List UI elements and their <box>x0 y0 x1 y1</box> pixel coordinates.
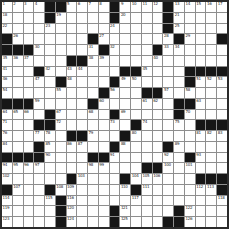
grid-cell[interactable] <box>174 56 184 66</box>
grid-cell[interactable]: 5 <box>67 2 77 12</box>
grid-cell[interactable] <box>142 24 152 34</box>
grid-cell[interactable]: 56 <box>110 88 120 98</box>
grid-cell[interactable] <box>217 153 227 163</box>
grid-cell[interactable] <box>13 88 23 98</box>
grid-cell[interactable] <box>67 120 77 130</box>
grid-cell[interactable] <box>13 77 23 87</box>
grid-cell[interactable]: 18 <box>2 13 12 23</box>
grid-cell[interactable]: 15 <box>196 2 206 12</box>
grid-cell[interactable]: 50 <box>131 77 141 87</box>
grid-cell[interactable] <box>110 196 120 206</box>
grid-cell[interactable]: 33 <box>163 45 173 55</box>
grid-cell[interactable] <box>13 120 23 130</box>
grid-cell[interactable]: 44 <box>77 67 87 77</box>
grid-cell[interactable] <box>142 131 152 141</box>
grid-cell[interactable] <box>99 24 109 34</box>
grid-cell[interactable] <box>88 206 98 216</box>
grid-cell[interactable] <box>206 142 216 152</box>
grid-cell[interactable] <box>67 13 77 23</box>
grid-cell[interactable] <box>34 88 44 98</box>
grid-cell[interactable] <box>153 13 163 23</box>
grid-cell[interactable] <box>120 24 130 34</box>
grid-cell[interactable]: 45 <box>142 67 152 77</box>
grid-cell[interactable]: 91 <box>110 153 120 163</box>
grid-cell[interactable]: 74 <box>142 120 152 130</box>
grid-cell[interactable] <box>174 77 184 87</box>
grid-cell[interactable] <box>196 142 206 152</box>
grid-cell[interactable]: 105 <box>142 174 152 184</box>
grid-cell[interactable] <box>45 56 55 66</box>
grid-cell[interactable]: 31 <box>88 45 98 55</box>
grid-cell[interactable]: 8 <box>99 2 109 12</box>
grid-cell[interactable]: 113 <box>206 185 216 195</box>
grid-cell[interactable] <box>45 217 55 227</box>
grid-cell[interactable] <box>120 88 130 98</box>
grid-cell[interactable] <box>13 206 23 216</box>
grid-cell[interactable] <box>77 110 87 120</box>
grid-cell[interactable] <box>99 206 109 216</box>
grid-cell[interactable] <box>217 13 227 23</box>
grid-cell[interactable]: 26 <box>13 34 23 44</box>
grid-cell[interactable]: 41 <box>2 67 12 77</box>
grid-cell[interactable] <box>99 131 109 141</box>
grid-cell[interactable] <box>88 88 98 98</box>
grid-cell[interactable]: 120 <box>67 206 77 216</box>
grid-cell[interactable]: 66 <box>24 110 34 120</box>
grid-cell[interactable] <box>56 56 66 66</box>
grid-cell[interactable] <box>174 163 184 173</box>
grid-cell[interactable] <box>34 110 44 120</box>
grid-cell[interactable] <box>163 185 173 195</box>
grid-cell[interactable] <box>131 45 141 55</box>
grid-cell[interactable] <box>163 196 173 206</box>
grid-cell[interactable] <box>196 24 206 34</box>
grid-cell[interactable]: 54 <box>2 88 12 98</box>
grid-cell[interactable] <box>77 206 87 216</box>
grid-cell[interactable] <box>142 206 152 216</box>
grid-cell[interactable]: 48 <box>67 77 77 87</box>
grid-cell[interactable] <box>77 13 87 23</box>
grid-cell[interactable] <box>88 24 98 34</box>
grid-cell[interactable]: 20 <box>120 13 130 23</box>
grid-cell[interactable] <box>77 120 87 130</box>
grid-cell[interactable] <box>110 131 120 141</box>
grid-cell[interactable] <box>196 34 206 44</box>
grid-cell[interactable] <box>153 67 163 77</box>
grid-cell[interactable] <box>185 185 195 195</box>
grid-cell[interactable] <box>142 142 152 152</box>
grid-cell[interactable] <box>196 163 206 173</box>
grid-cell[interactable] <box>13 131 23 141</box>
grid-cell[interactable] <box>174 185 184 195</box>
grid-cell[interactable] <box>185 131 195 141</box>
grid-cell[interactable]: 78 <box>45 131 55 141</box>
grid-cell[interactable]: 90 <box>45 153 55 163</box>
grid-cell[interactable] <box>77 153 87 163</box>
grid-cell[interactable]: 115 <box>45 196 55 206</box>
grid-cell[interactable] <box>56 45 66 55</box>
grid-cell[interactable]: 7 <box>88 2 98 12</box>
grid-cell[interactable]: 87 <box>77 142 87 152</box>
grid-cell[interactable] <box>174 153 184 163</box>
grid-cell[interactable]: 52 <box>206 77 216 87</box>
grid-cell[interactable] <box>99 196 109 206</box>
grid-cell[interactable] <box>34 185 44 195</box>
grid-cell[interactable] <box>88 67 98 77</box>
grid-cell[interactable] <box>99 67 109 77</box>
grid-cell[interactable] <box>153 120 163 130</box>
grid-cell[interactable] <box>185 120 195 130</box>
grid-cell[interactable]: 104 <box>131 174 141 184</box>
grid-cell[interactable] <box>153 217 163 227</box>
grid-cell[interactable] <box>174 174 184 184</box>
grid-cell[interactable]: 4 <box>34 2 44 12</box>
grid-cell[interactable] <box>24 77 34 87</box>
grid-cell[interactable]: 64 <box>2 110 12 120</box>
grid-cell[interactable] <box>120 120 130 130</box>
grid-cell[interactable] <box>142 34 152 44</box>
grid-cell[interactable] <box>185 45 195 55</box>
grid-cell[interactable] <box>196 217 206 227</box>
grid-cell[interactable]: 2 <box>13 2 23 12</box>
grid-cell[interactable]: 125 <box>120 217 130 227</box>
grid-cell[interactable] <box>206 196 216 206</box>
grid-cell[interactable]: 11 <box>142 2 152 12</box>
grid-cell[interactable] <box>131 56 141 66</box>
grid-cell[interactable]: 43 <box>67 67 77 77</box>
grid-cell[interactable] <box>131 99 141 109</box>
grid-cell[interactable] <box>163 131 173 141</box>
grid-cell[interactable] <box>131 217 141 227</box>
grid-cell[interactable]: 83 <box>217 131 227 141</box>
grid-cell[interactable]: 112 <box>196 185 206 195</box>
grid-cell[interactable]: 76 <box>2 131 12 141</box>
grid-cell[interactable] <box>153 142 163 152</box>
grid-cell[interactable]: 102 <box>2 174 12 184</box>
grid-cell[interactable]: 60 <box>99 99 109 109</box>
grid-cell[interactable] <box>24 196 34 206</box>
grid-cell[interactable] <box>174 196 184 206</box>
grid-cell[interactable] <box>24 217 34 227</box>
grid-cell[interactable] <box>206 24 216 34</box>
grid-cell[interactable]: 67 <box>56 110 66 120</box>
grid-cell[interactable] <box>217 99 227 109</box>
grid-cell[interactable] <box>45 77 55 87</box>
grid-cell[interactable] <box>56 131 66 141</box>
grid-cell[interactable] <box>206 13 216 23</box>
grid-cell[interactable] <box>45 99 55 109</box>
grid-cell[interactable]: 23 <box>45 24 55 34</box>
grid-cell[interactable] <box>34 217 44 227</box>
grid-cell[interactable] <box>99 110 109 120</box>
grid-cell[interactable] <box>131 110 141 120</box>
grid-cell[interactable] <box>24 206 34 216</box>
grid-cell[interactable]: 98 <box>88 163 98 173</box>
grid-cell[interactable] <box>110 163 120 173</box>
grid-cell[interactable]: 3 <box>24 2 34 12</box>
grid-cell[interactable] <box>206 45 216 55</box>
grid-cell[interactable] <box>196 110 206 120</box>
grid-cell[interactable] <box>77 99 87 109</box>
grid-cell[interactable] <box>24 174 34 184</box>
grid-cell[interactable] <box>120 153 130 163</box>
grid-cell[interactable]: 25 <box>174 24 184 34</box>
grid-cell[interactable]: 57 <box>163 88 173 98</box>
grid-cell[interactable] <box>142 77 152 87</box>
grid-cell[interactable] <box>206 217 216 227</box>
grid-cell[interactable]: 47 <box>34 77 44 87</box>
grid-cell[interactable] <box>56 153 66 163</box>
grid-cell[interactable] <box>13 24 23 34</box>
grid-cell[interactable]: 24 <box>110 24 120 34</box>
grid-cell[interactable] <box>110 56 120 66</box>
grid-cell[interactable]: 116 <box>67 196 77 206</box>
grid-cell[interactable] <box>24 67 34 77</box>
grid-cell[interactable]: 80 <box>131 131 141 141</box>
grid-cell[interactable] <box>13 196 23 206</box>
grid-cell[interactable]: 58 <box>185 88 195 98</box>
grid-cell[interactable]: 86 <box>67 142 77 152</box>
grid-cell[interactable] <box>163 99 173 109</box>
grid-cell[interactable] <box>67 34 77 44</box>
grid-cell[interactable]: 72 <box>56 120 66 130</box>
grid-cell[interactable]: 106 <box>153 174 163 184</box>
grid-cell[interactable]: 94 <box>2 163 12 173</box>
grid-cell[interactable] <box>163 120 173 130</box>
grid-cell[interactable]: 118 <box>217 196 227 206</box>
grid-cell[interactable]: 89 <box>174 142 184 152</box>
grid-cell[interactable] <box>99 142 109 152</box>
grid-cell[interactable]: 63 <box>196 99 206 109</box>
grid-cell[interactable] <box>206 206 216 216</box>
grid-cell[interactable] <box>24 142 34 152</box>
grid-cell[interactable] <box>24 24 34 34</box>
grid-cell[interactable] <box>131 88 141 98</box>
grid-cell[interactable] <box>77 24 87 34</box>
grid-cell[interactable] <box>206 56 216 66</box>
grid-cell[interactable]: 122 <box>185 206 195 216</box>
grid-cell[interactable] <box>56 24 66 34</box>
grid-cell[interactable]: 46 <box>2 77 12 87</box>
grid-cell[interactable] <box>206 99 216 109</box>
grid-cell[interactable] <box>77 77 87 87</box>
grid-cell[interactable] <box>24 88 34 98</box>
grid-cell[interactable] <box>185 142 195 152</box>
grid-cell[interactable] <box>217 110 227 120</box>
grid-cell[interactable] <box>142 110 152 120</box>
grid-cell[interactable] <box>206 88 216 98</box>
grid-cell[interactable]: 69 <box>120 110 130 120</box>
grid-cell[interactable] <box>34 24 44 34</box>
grid-cell[interactable] <box>131 34 141 44</box>
grid-cell[interactable] <box>196 206 206 216</box>
grid-cell[interactable] <box>45 45 55 55</box>
grid-cell[interactable]: 49 <box>120 77 130 87</box>
grid-cell[interactable] <box>67 153 77 163</box>
grid-cell[interactable] <box>24 13 34 23</box>
grid-cell[interactable] <box>153 34 163 44</box>
grid-cell[interactable] <box>142 13 152 23</box>
grid-cell[interactable] <box>45 174 55 184</box>
grid-cell[interactable] <box>142 217 152 227</box>
grid-cell[interactable] <box>67 24 77 34</box>
grid-cell[interactable]: 100 <box>163 163 173 173</box>
grid-cell[interactable] <box>153 185 163 195</box>
grid-cell[interactable] <box>88 142 98 152</box>
grid-cell[interactable] <box>45 163 55 173</box>
grid-cell[interactable] <box>217 88 227 98</box>
grid-cell[interactable]: 6 <box>77 2 87 12</box>
grid-cell[interactable] <box>99 174 109 184</box>
grid-cell[interactable] <box>56 163 66 173</box>
grid-cell[interactable] <box>163 56 173 66</box>
grid-cell[interactable]: 9 <box>120 2 130 12</box>
grid-cell[interactable] <box>45 34 55 44</box>
grid-cell[interactable] <box>77 45 87 55</box>
grid-cell[interactable] <box>153 153 163 163</box>
grid-cell[interactable] <box>34 174 44 184</box>
grid-cell[interactable] <box>174 67 184 77</box>
grid-cell[interactable] <box>67 99 77 109</box>
grid-cell[interactable]: 13 <box>174 2 184 12</box>
grid-cell[interactable] <box>45 206 55 216</box>
grid-cell[interactable] <box>131 163 141 173</box>
grid-cell[interactable] <box>185 24 195 34</box>
grid-cell[interactable]: 21 <box>174 13 184 23</box>
grid-cell[interactable] <box>142 196 152 206</box>
grid-cell[interactable] <box>56 174 66 184</box>
grid-cell[interactable] <box>56 99 66 109</box>
grid-cell[interactable] <box>24 185 34 195</box>
grid-cell[interactable]: 75 <box>174 120 184 130</box>
grid-cell[interactable] <box>77 196 87 206</box>
grid-cell[interactable]: 34 <box>174 45 184 55</box>
grid-cell[interactable] <box>88 185 98 195</box>
grid-cell[interactable]: 103 <box>77 174 87 184</box>
grid-cell[interactable] <box>217 217 227 227</box>
grid-cell[interactable]: 70 <box>185 110 195 120</box>
grid-cell[interactable] <box>67 163 77 173</box>
grid-cell[interactable]: 99 <box>99 163 109 173</box>
grid-cell[interactable]: 119 <box>2 206 12 216</box>
grid-cell[interactable] <box>217 142 227 152</box>
grid-cell[interactable] <box>13 142 23 152</box>
grid-cell[interactable]: 68 <box>88 110 98 120</box>
grid-cell[interactable] <box>196 45 206 55</box>
grid-cell[interactable] <box>56 34 66 44</box>
grid-cell[interactable]: 61 <box>142 99 152 109</box>
grid-cell[interactable] <box>185 13 195 23</box>
grid-cell[interactable]: 55 <box>56 88 66 98</box>
grid-cell[interactable]: 85 <box>45 142 55 152</box>
grid-cell[interactable]: 65 <box>13 110 23 120</box>
grid-cell[interactable]: 10 <box>131 2 141 12</box>
grid-cell[interactable] <box>110 185 120 195</box>
grid-cell[interactable] <box>99 217 109 227</box>
grid-cell[interactable]: 37 <box>24 56 34 66</box>
grid-cell[interactable]: 126 <box>185 217 195 227</box>
grid-cell[interactable] <box>24 34 34 44</box>
grid-cell[interactable]: 36 <box>13 56 23 66</box>
grid-cell[interactable]: 77 <box>34 131 44 141</box>
grid-cell[interactable] <box>131 13 141 23</box>
grid-cell[interactable]: 1 <box>2 2 12 12</box>
grid-cell[interactable] <box>99 13 109 23</box>
grid-cell[interactable] <box>77 88 87 98</box>
grid-cell[interactable]: 16 <box>206 2 216 12</box>
grid-cell[interactable] <box>153 77 163 87</box>
grid-cell[interactable]: 114 <box>2 196 12 206</box>
grid-cell[interactable] <box>153 24 163 34</box>
grid-cell[interactable]: 17 <box>217 2 227 12</box>
grid-cell[interactable] <box>142 56 152 66</box>
grid-cell[interactable] <box>206 163 216 173</box>
grid-cell[interactable] <box>142 153 152 163</box>
grid-cell[interactable] <box>77 217 87 227</box>
grid-cell[interactable] <box>196 88 206 98</box>
grid-cell[interactable] <box>196 13 206 23</box>
grid-cell[interactable] <box>163 174 173 184</box>
grid-cell[interactable] <box>131 153 141 163</box>
grid-cell[interactable]: 111 <box>142 185 152 195</box>
grid-cell[interactable] <box>174 88 184 98</box>
grid-cell[interactable]: 35 <box>2 56 12 66</box>
grid-cell[interactable] <box>217 45 227 55</box>
grid-cell[interactable] <box>131 142 141 152</box>
grid-cell[interactable] <box>217 206 227 216</box>
grid-cell[interactable]: 28 <box>163 34 173 44</box>
grid-cell[interactable] <box>120 163 130 173</box>
grid-cell[interactable] <box>77 185 87 195</box>
grid-cell[interactable]: 27 <box>99 34 109 44</box>
grid-cell[interactable] <box>88 13 98 23</box>
grid-cell[interactable] <box>13 13 23 23</box>
grid-cell[interactable]: 88 <box>120 142 130 152</box>
grid-cell[interactable]: 92 <box>163 153 173 163</box>
grid-cell[interactable] <box>24 131 34 141</box>
grid-cell[interactable] <box>153 110 163 120</box>
grid-cell[interactable] <box>56 67 66 77</box>
grid-cell[interactable]: 39 <box>99 56 109 66</box>
grid-cell[interactable]: 32 <box>110 45 120 55</box>
grid-cell[interactable] <box>77 163 87 173</box>
grid-cell[interactable]: 124 <box>67 217 77 227</box>
grid-cell[interactable]: 12 <box>153 2 163 12</box>
grid-cell[interactable] <box>185 56 195 66</box>
grid-cell[interactable] <box>217 56 227 66</box>
grid-cell[interactable] <box>34 56 44 66</box>
grid-cell[interactable]: 22 <box>2 24 12 34</box>
grid-cell[interactable] <box>206 153 216 163</box>
grid-cell[interactable]: 38 <box>88 56 98 66</box>
grid-cell[interactable]: 53 <box>217 77 227 87</box>
grid-cell[interactable]: 29 <box>185 34 195 44</box>
grid-cell[interactable] <box>24 120 34 130</box>
grid-cell[interactable] <box>120 196 130 206</box>
grid-cell[interactable] <box>13 217 23 227</box>
grid-cell[interactable] <box>13 174 23 184</box>
grid-cell[interactable] <box>13 67 23 77</box>
grid-cell[interactable] <box>153 206 163 216</box>
grid-cell[interactable] <box>99 185 109 195</box>
grid-cell[interactable] <box>34 206 44 216</box>
grid-cell[interactable] <box>110 174 120 184</box>
grid-cell[interactable]: 19 <box>56 13 66 23</box>
grid-cell[interactable]: 97 <box>34 163 44 173</box>
grid-cell[interactable] <box>196 196 206 206</box>
grid-cell[interactable] <box>99 120 109 130</box>
grid-cell[interactable]: 109 <box>67 185 77 195</box>
